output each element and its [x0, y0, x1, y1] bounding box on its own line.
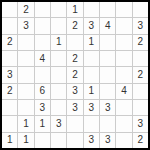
cell-r9c5[interactable]: [67, 133, 82, 148]
cell-r9c8[interactable]: [116, 133, 131, 148]
cell-r9c4[interactable]: [51, 133, 66, 148]
cell-r8c3: 1: [35, 116, 50, 131]
cell-r4c4[interactable]: [51, 51, 66, 66]
cell-r3c7[interactable]: [100, 35, 115, 50]
cell-r9c6: 3: [84, 133, 99, 148]
cell-r6c6: 1: [84, 84, 99, 99]
cell-r8c2: 1: [18, 116, 33, 131]
cell-r3c6: 1: [84, 35, 99, 50]
cell-r8c8[interactable]: [116, 116, 131, 131]
cell-r1c9[interactable]: [133, 2, 148, 17]
cell-r6c2[interactable]: [18, 84, 33, 99]
cell-r3c2[interactable]: [18, 35, 33, 50]
cell-r8c5[interactable]: [67, 116, 82, 131]
cell-r6c7[interactable]: [100, 84, 115, 99]
cell-r7c2[interactable]: [18, 100, 33, 115]
cell-r6c8: 4: [116, 84, 131, 99]
cell-r5c2[interactable]: [18, 67, 33, 82]
cell-r5c8[interactable]: [116, 67, 131, 82]
cell-r2c2: 3: [18, 18, 33, 33]
cell-r6c3: 6: [35, 84, 50, 99]
cell-r6c1: 2: [2, 84, 17, 99]
cell-r8c4: 3: [51, 116, 66, 131]
cell-r4c8[interactable]: [116, 51, 131, 66]
cell-r8c1[interactable]: [2, 116, 17, 131]
cell-r5c9: 2: [133, 67, 148, 82]
cell-r1c2: 2: [18, 2, 33, 17]
cell-r4c1[interactable]: [2, 51, 17, 66]
cell-r2c1[interactable]: [2, 18, 17, 33]
cell-r1c1[interactable]: [2, 2, 17, 17]
cell-r3c4: 1: [51, 35, 66, 50]
cell-r5c6[interactable]: [84, 67, 99, 82]
cell-r2c9: 3: [133, 18, 148, 33]
cell-r3c5[interactable]: [67, 35, 82, 50]
cell-r5c5: 2: [67, 67, 82, 82]
cell-r2c8[interactable]: [116, 18, 131, 33]
cell-r2c5: 2: [67, 18, 82, 33]
cell-r3c8[interactable]: [116, 35, 131, 50]
cell-r7c6: 3: [84, 100, 99, 115]
cell-r7c7: 3: [100, 100, 115, 115]
cell-r2c4[interactable]: [51, 18, 66, 33]
cell-r9c3[interactable]: [35, 133, 50, 148]
cell-r5c1: 3: [2, 67, 17, 82]
cell-r3c3[interactable]: [35, 35, 50, 50]
cell-r8c9: 3: [133, 116, 148, 131]
cell-r9c1: 1: [2, 133, 17, 148]
cell-r4c9[interactable]: [133, 51, 148, 66]
cell-r4c5: 2: [67, 51, 82, 66]
cell-r2c6: 3: [84, 18, 99, 33]
cell-r2c7: 4: [100, 18, 115, 33]
cell-r9c9: 2: [133, 133, 148, 148]
cell-r4c2[interactable]: [18, 51, 33, 66]
cell-r3c9: 2: [133, 35, 148, 50]
cell-r4c3: 4: [35, 51, 50, 66]
cell-r7c5: 3: [67, 100, 82, 115]
cell-r7c3: 3: [35, 100, 50, 115]
cell-r8c6[interactable]: [84, 116, 99, 131]
cell-r1c5: 1: [67, 2, 82, 17]
cell-r7c4[interactable]: [51, 100, 66, 115]
cell-r5c4[interactable]: [51, 67, 66, 82]
cell-r7c8[interactable]: [116, 100, 131, 115]
minesweeper-board: 2132343211242322263143333113311332: [0, 0, 150, 150]
cell-r9c7: 3: [100, 133, 115, 148]
cell-r1c3[interactable]: [35, 2, 50, 17]
cell-r1c7[interactable]: [100, 2, 115, 17]
cell-r6c4[interactable]: [51, 84, 66, 99]
cell-r5c7[interactable]: [100, 67, 115, 82]
cell-r1c4[interactable]: [51, 2, 66, 17]
cell-r1c8[interactable]: [116, 2, 131, 17]
cell-r8c7[interactable]: [100, 116, 115, 131]
cell-r5c3[interactable]: [35, 67, 50, 82]
cell-r4c7[interactable]: [100, 51, 115, 66]
cell-r6c9[interactable]: [133, 84, 148, 99]
cell-r7c9[interactable]: [133, 100, 148, 115]
cell-r4c6[interactable]: [84, 51, 99, 66]
cell-r9c2: 1: [18, 133, 33, 148]
cell-r3c1: 2: [2, 35, 17, 50]
cell-r7c1[interactable]: [2, 100, 17, 115]
cell-r1c6[interactable]: [84, 2, 99, 17]
cell-r2c3[interactable]: [35, 18, 50, 33]
cell-r6c5: 3: [67, 84, 82, 99]
